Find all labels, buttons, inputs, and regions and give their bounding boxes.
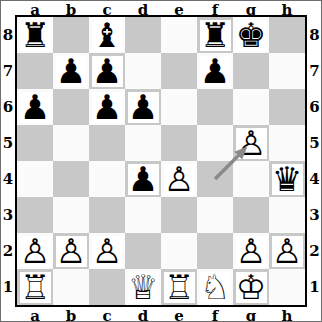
square-a4[interactable] bbox=[17, 161, 53, 197]
square-h8[interactable] bbox=[269, 17, 305, 53]
piece-white-pawn[interactable]: ♙ bbox=[92, 236, 123, 267]
piece-white-knight[interactable]: ♘ bbox=[200, 272, 231, 303]
file-label-d: d bbox=[125, 307, 161, 322]
square-e4[interactable]: ♙ bbox=[161, 161, 197, 197]
file-labels-bottom: abcdefgh bbox=[17, 307, 305, 322]
square-f3[interactable] bbox=[197, 197, 233, 233]
square-f1[interactable]: ♘ bbox=[197, 269, 233, 305]
square-f6[interactable] bbox=[197, 89, 233, 125]
piece-black-pawn[interactable]: ♟ bbox=[20, 92, 51, 123]
square-f5[interactable] bbox=[197, 125, 233, 161]
piece-black-queen[interactable]: ♛ bbox=[272, 164, 303, 195]
square-b1[interactable] bbox=[53, 269, 89, 305]
piece-white-pawn[interactable]: ♙ bbox=[164, 164, 195, 195]
square-c3[interactable] bbox=[89, 197, 125, 233]
rank-label-6: 6 bbox=[1, 89, 15, 125]
piece-white-rook[interactable]: ♖ bbox=[164, 272, 195, 303]
piece-black-rook[interactable]: ♜ bbox=[20, 20, 51, 51]
square-f8[interactable]: ♜ bbox=[197, 17, 233, 53]
square-h7[interactable] bbox=[269, 53, 305, 89]
piece-black-pawn[interactable]: ♟ bbox=[128, 92, 159, 123]
square-h1[interactable] bbox=[269, 269, 305, 305]
square-h4[interactable]: ♛ bbox=[269, 161, 305, 197]
square-e7[interactable] bbox=[161, 53, 197, 89]
file-label-c: c bbox=[89, 307, 125, 322]
square-h2[interactable]: ♙ bbox=[269, 233, 305, 269]
piece-white-pawn[interactable]: ♙ bbox=[272, 236, 303, 267]
chess-board: ♜♝♜♚♟♟♟♟♟♟♙♟♙♛♙♙♙♙♙♖♕♖♘♔ bbox=[15, 15, 307, 307]
square-c2[interactable]: ♙ bbox=[89, 233, 125, 269]
square-g5[interactable]: ♙ bbox=[233, 125, 269, 161]
square-c7[interactable]: ♟ bbox=[89, 53, 125, 89]
square-e1[interactable]: ♖ bbox=[161, 269, 197, 305]
piece-white-rook[interactable]: ♖ bbox=[20, 272, 51, 303]
piece-white-pawn[interactable]: ♙ bbox=[56, 236, 87, 267]
square-e2[interactable] bbox=[161, 233, 197, 269]
piece-black-pawn[interactable]: ♟ bbox=[128, 164, 159, 195]
piece-white-queen[interactable]: ♕ bbox=[128, 272, 159, 303]
rank-label-5: 5 bbox=[307, 125, 322, 161]
square-e5[interactable] bbox=[161, 125, 197, 161]
square-h3[interactable] bbox=[269, 197, 305, 233]
square-g4[interactable] bbox=[233, 161, 269, 197]
square-g6[interactable] bbox=[233, 89, 269, 125]
square-c5[interactable] bbox=[89, 125, 125, 161]
square-b7[interactable]: ♟ bbox=[53, 53, 89, 89]
square-h6[interactable] bbox=[269, 89, 305, 125]
rank-label-1: 1 bbox=[307, 269, 322, 305]
square-e3[interactable] bbox=[161, 197, 197, 233]
square-f4[interactable] bbox=[197, 161, 233, 197]
square-g8[interactable]: ♚ bbox=[233, 17, 269, 53]
file-label-e: e bbox=[161, 307, 197, 322]
rank-label-2: 2 bbox=[1, 233, 15, 269]
square-e6[interactable] bbox=[161, 89, 197, 125]
square-c4[interactable] bbox=[89, 161, 125, 197]
square-d5[interactable] bbox=[125, 125, 161, 161]
piece-black-pawn[interactable]: ♟ bbox=[56, 56, 87, 87]
rank-labels-right: 87654321 bbox=[307, 17, 322, 305]
rank-label-4: 4 bbox=[1, 161, 15, 197]
rank-label-2: 2 bbox=[307, 233, 322, 269]
square-a2[interactable]: ♙ bbox=[17, 233, 53, 269]
square-g1[interactable]: ♔ bbox=[233, 269, 269, 305]
square-a1[interactable]: ♖ bbox=[17, 269, 53, 305]
square-c8[interactable]: ♝ bbox=[89, 17, 125, 53]
rank-label-8: 8 bbox=[307, 17, 322, 53]
square-b8[interactable] bbox=[53, 17, 89, 53]
square-h5[interactable] bbox=[269, 125, 305, 161]
piece-black-bishop[interactable]: ♝ bbox=[92, 20, 123, 51]
rank-label-6: 6 bbox=[307, 89, 322, 125]
square-d4[interactable]: ♟ bbox=[125, 161, 161, 197]
square-c1[interactable] bbox=[89, 269, 125, 305]
square-a6[interactable]: ♟ bbox=[17, 89, 53, 125]
square-d1[interactable]: ♕ bbox=[125, 269, 161, 305]
square-a5[interactable] bbox=[17, 125, 53, 161]
file-label-f: f bbox=[197, 307, 233, 322]
rank-label-4: 4 bbox=[307, 161, 322, 197]
rank-label-5: 5 bbox=[1, 125, 15, 161]
square-g3[interactable] bbox=[233, 197, 269, 233]
square-g2[interactable]: ♙ bbox=[233, 233, 269, 269]
rank-label-8: 8 bbox=[1, 17, 15, 53]
file-label-b: b bbox=[53, 307, 89, 322]
file-label-h: h bbox=[269, 307, 305, 322]
piece-black-pawn[interactable]: ♟ bbox=[92, 92, 123, 123]
rank-label-7: 7 bbox=[307, 53, 322, 89]
square-d6[interactable]: ♟ bbox=[125, 89, 161, 125]
rank-label-3: 3 bbox=[1, 197, 15, 233]
square-g7[interactable] bbox=[233, 53, 269, 89]
rank-label-1: 1 bbox=[1, 269, 15, 305]
piece-white-pawn[interactable]: ♙ bbox=[236, 236, 267, 267]
square-f7[interactable]: ♟ bbox=[197, 53, 233, 89]
square-d7[interactable] bbox=[125, 53, 161, 89]
piece-white-pawn[interactable]: ♙ bbox=[20, 236, 51, 267]
square-a3[interactable] bbox=[17, 197, 53, 233]
piece-black-rook[interactable]: ♜ bbox=[200, 20, 231, 51]
file-label-g: g bbox=[233, 307, 269, 322]
file-label-a: a bbox=[17, 307, 53, 322]
square-c6[interactable]: ♟ bbox=[89, 89, 125, 125]
square-b4[interactable] bbox=[53, 161, 89, 197]
square-f2[interactable] bbox=[197, 233, 233, 269]
square-b6[interactable] bbox=[53, 89, 89, 125]
piece-black-king[interactable]: ♚ bbox=[236, 20, 267, 51]
rank-label-7: 7 bbox=[1, 53, 15, 89]
square-a7[interactable] bbox=[17, 53, 53, 89]
rank-labels-left: 87654321 bbox=[1, 17, 15, 305]
piece-white-king[interactable]: ♔ bbox=[236, 272, 267, 303]
square-d2[interactable] bbox=[125, 233, 161, 269]
square-d8[interactable] bbox=[125, 17, 161, 53]
piece-black-pawn[interactable]: ♟ bbox=[200, 56, 231, 87]
square-e8[interactable] bbox=[161, 17, 197, 53]
square-b2[interactable]: ♙ bbox=[53, 233, 89, 269]
square-a8[interactable]: ♜ bbox=[17, 17, 53, 53]
piece-black-pawn[interactable]: ♟ bbox=[92, 56, 123, 87]
file-labels-top: abcdefgh bbox=[17, 1, 305, 15]
rank-label-3: 3 bbox=[307, 197, 322, 233]
piece-white-pawn[interactable]: ♙ bbox=[236, 128, 267, 159]
square-d3[interactable] bbox=[125, 197, 161, 233]
square-b5[interactable] bbox=[53, 125, 89, 161]
square-b3[interactable] bbox=[53, 197, 89, 233]
chess-diagram: abcdefgh 87654321 ♜♝♜♚♟♟♟♟♟♟♙♟♙♛♙♙♙♙♙♖♕♖… bbox=[0, 0, 322, 322]
